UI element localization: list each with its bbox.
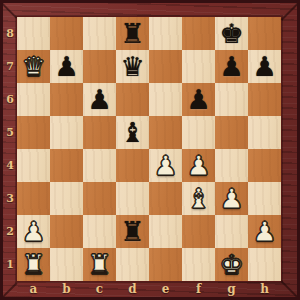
square-g1[interactable]: ♚ — [215, 248, 248, 281]
square-g3[interactable]: ♟ — [215, 182, 248, 215]
square-d1[interactable] — [116, 248, 149, 281]
square-a2[interactable]: ♟ — [17, 215, 50, 248]
rank-label-4: 4 — [3, 149, 17, 182]
file-label-h: h — [248, 281, 281, 297]
piece-white-rook[interactable]: ♜ — [87, 248, 111, 281]
square-c6[interactable]: ♟ — [83, 83, 116, 116]
square-b8[interactable] — [50, 17, 83, 50]
square-b5[interactable] — [50, 116, 83, 149]
square-e8[interactable] — [149, 17, 182, 50]
square-e2[interactable] — [149, 215, 182, 248]
file-label-g: g — [215, 281, 248, 297]
square-b3[interactable] — [50, 182, 83, 215]
square-d8[interactable]: ♜ — [116, 17, 149, 50]
square-f3[interactable]: ♝ — [182, 182, 215, 215]
square-e6[interactable] — [149, 83, 182, 116]
rank-label-3: 3 — [3, 182, 17, 215]
piece-black-pawn[interactable]: ♟ — [186, 83, 210, 116]
square-h1[interactable] — [248, 248, 281, 281]
square-f8[interactable] — [182, 17, 215, 50]
square-a5[interactable] — [17, 116, 50, 149]
piece-white-pawn[interactable]: ♟ — [252, 215, 276, 248]
square-g2[interactable] — [215, 215, 248, 248]
piece-white-rook[interactable]: ♜ — [21, 248, 45, 281]
piece-black-bishop[interactable]: ♝ — [120, 116, 144, 149]
square-h5[interactable] — [248, 116, 281, 149]
square-a7[interactable]: ♛ — [17, 50, 50, 83]
piece-black-king[interactable]: ♚ — [219, 17, 243, 50]
piece-black-pawn[interactable]: ♟ — [54, 50, 78, 83]
file-label-c: c — [83, 281, 116, 297]
piece-white-queen[interactable]: ♛ — [21, 50, 45, 83]
piece-black-queen[interactable]: ♛ — [120, 50, 144, 83]
square-h8[interactable] — [248, 17, 281, 50]
square-a6[interactable] — [17, 83, 50, 116]
frame-miter-top-left — [2, 3, 17, 18]
piece-black-rook[interactable]: ♜ — [120, 215, 144, 248]
chess-board-frame: 87654321 ♜♚♛♟♛♟♟♟♟♝♟♟♝♟♟♜♟♜♜♚ abcdefgh — [0, 0, 300, 300]
piece-black-pawn[interactable]: ♟ — [252, 50, 276, 83]
square-f4[interactable]: ♟ — [182, 149, 215, 182]
square-c7[interactable] — [83, 50, 116, 83]
piece-white-pawn[interactable]: ♟ — [21, 215, 45, 248]
frame-miter-top-right — [281, 3, 298, 20]
piece-white-pawn[interactable]: ♟ — [219, 182, 243, 215]
square-a8[interactable] — [17, 17, 50, 50]
square-d2[interactable]: ♜ — [116, 215, 149, 248]
square-e4[interactable]: ♟ — [149, 149, 182, 182]
file-label-a: a — [17, 281, 50, 297]
frame-miter-bottom-left — [2, 282, 17, 297]
piece-white-king[interactable]: ♚ — [219, 248, 243, 281]
square-f2[interactable] — [182, 215, 215, 248]
rank-label-8: 8 — [3, 17, 17, 50]
square-c8[interactable] — [83, 17, 116, 50]
rank-label-2: 2 — [3, 215, 17, 248]
square-h2[interactable]: ♟ — [248, 215, 281, 248]
square-h6[interactable] — [248, 83, 281, 116]
square-e1[interactable] — [149, 248, 182, 281]
square-b1[interactable] — [50, 248, 83, 281]
rank-label-7: 7 — [3, 50, 17, 83]
square-b4[interactable] — [50, 149, 83, 182]
file-label-d: d — [116, 281, 149, 297]
piece-white-pawn[interactable]: ♟ — [153, 149, 177, 182]
square-e7[interactable] — [149, 50, 182, 83]
rank-labels: 87654321 — [3, 17, 17, 281]
square-e5[interactable] — [149, 116, 182, 149]
square-b2[interactable] — [50, 215, 83, 248]
file-label-b: b — [50, 281, 83, 297]
square-c4[interactable] — [83, 149, 116, 182]
rank-label-6: 6 — [3, 83, 17, 116]
square-f7[interactable] — [182, 50, 215, 83]
square-f1[interactable] — [182, 248, 215, 281]
square-g7[interactable]: ♟ — [215, 50, 248, 83]
square-a1[interactable]: ♜ — [17, 248, 50, 281]
file-label-f: f — [182, 281, 215, 297]
square-a3[interactable] — [17, 182, 50, 215]
rank-label-5: 5 — [3, 116, 17, 149]
square-g6[interactable] — [215, 83, 248, 116]
piece-black-pawn[interactable]: ♟ — [219, 50, 243, 83]
square-b6[interactable] — [50, 83, 83, 116]
square-h3[interactable] — [248, 182, 281, 215]
square-d5[interactable]: ♝ — [116, 116, 149, 149]
square-b7[interactable]: ♟ — [50, 50, 83, 83]
square-g5[interactable] — [215, 116, 248, 149]
square-g8[interactable]: ♚ — [215, 17, 248, 50]
piece-black-rook[interactable]: ♜ — [120, 17, 144, 50]
square-c5[interactable] — [83, 116, 116, 149]
square-d7[interactable]: ♛ — [116, 50, 149, 83]
square-e3[interactable] — [149, 182, 182, 215]
square-a4[interactable] — [17, 149, 50, 182]
file-labels: abcdefgh — [17, 281, 281, 297]
square-d4[interactable] — [116, 149, 149, 182]
rank-label-1: 1 — [3, 248, 17, 281]
frame-miter-bottom-right — [281, 280, 298, 297]
square-c1[interactable]: ♜ — [83, 248, 116, 281]
piece-white-pawn[interactable]: ♟ — [186, 149, 210, 182]
chess-board: ♜♚♛♟♛♟♟♟♟♝♟♟♝♟♟♜♟♜♜♚ — [17, 17, 281, 281]
square-f5[interactable] — [182, 116, 215, 149]
square-h4[interactable] — [248, 149, 281, 182]
square-g4[interactable] — [215, 149, 248, 182]
square-d6[interactable] — [116, 83, 149, 116]
square-c2[interactable] — [83, 215, 116, 248]
piece-white-bishop[interactable]: ♝ — [186, 182, 210, 215]
piece-black-pawn[interactable]: ♟ — [87, 83, 111, 116]
square-c3[interactable] — [83, 182, 116, 215]
square-d3[interactable] — [116, 182, 149, 215]
square-h7[interactable]: ♟ — [248, 50, 281, 83]
file-label-e: e — [149, 281, 182, 297]
square-f6[interactable]: ♟ — [182, 83, 215, 116]
